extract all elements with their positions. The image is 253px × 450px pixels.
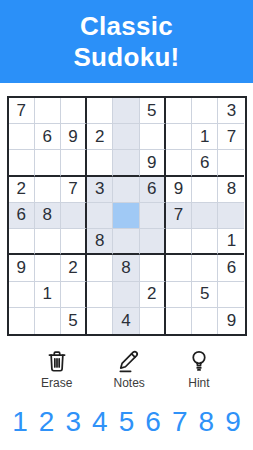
cell-r4c5[interactable]	[113, 177, 139, 203]
cell-r9c6[interactable]	[140, 308, 166, 334]
cell-r8c4[interactable]	[87, 282, 113, 308]
cell-r2c3[interactable]: 9	[61, 124, 87, 150]
cell-r4c3[interactable]: 7	[61, 177, 87, 203]
cell-r3c9[interactable]	[218, 150, 244, 176]
cell-r2c1[interactable]	[9, 124, 35, 150]
cell-r6c3[interactable]	[61, 229, 87, 255]
lightbulb-icon	[186, 348, 212, 374]
cell-r3c6[interactable]: 9	[140, 150, 166, 176]
number-pad: 1 2 3 4 5 6 7 8 9	[0, 408, 253, 436]
erase-label: Erase	[41, 376, 72, 390]
cell-r9c9[interactable]: 9	[218, 308, 244, 334]
cell-r6c6[interactable]	[140, 229, 166, 255]
sudoku-board: 7536921796273698687819286125549	[7, 96, 247, 336]
cell-r9c8[interactable]	[192, 308, 218, 334]
cell-r6c4[interactable]: 8	[87, 229, 113, 255]
cell-r5c4[interactable]	[87, 203, 113, 229]
cell-r9c7[interactable]	[166, 308, 192, 334]
cell-r3c5[interactable]	[113, 150, 139, 176]
cell-r5c8[interactable]	[192, 203, 218, 229]
notes-label: Notes	[113, 376, 144, 390]
cell-r1c3[interactable]	[61, 98, 87, 124]
cell-r5c7[interactable]: 7	[166, 203, 192, 229]
cell-r8c5[interactable]	[113, 282, 139, 308]
cell-r8c3[interactable]	[61, 282, 87, 308]
cell-r9c1[interactable]	[9, 308, 35, 334]
cell-r4c8[interactable]	[192, 177, 218, 203]
cell-r4c2[interactable]	[35, 177, 61, 203]
trash-icon	[44, 348, 70, 374]
cell-r6c7[interactable]	[166, 229, 192, 255]
cell-r1c4[interactable]	[87, 98, 113, 124]
cell-r1c6[interactable]: 5	[140, 98, 166, 124]
erase-button[interactable]: Erase	[41, 348, 72, 390]
cell-r4c7[interactable]: 9	[166, 177, 192, 203]
cell-r1c8[interactable]	[192, 98, 218, 124]
cell-r2c6[interactable]	[140, 124, 166, 150]
cell-r5c9[interactable]	[218, 203, 244, 229]
numpad-1[interactable]: 1	[8, 408, 32, 436]
cell-r4c1[interactable]: 2	[9, 177, 35, 203]
cell-r2c9[interactable]: 7	[218, 124, 244, 150]
cell-r7c5[interactable]: 8	[113, 255, 139, 281]
cell-r3c1[interactable]	[9, 150, 35, 176]
cell-r7c4[interactable]	[87, 255, 113, 281]
cell-r8c7[interactable]	[166, 282, 192, 308]
cell-r8c8[interactable]: 5	[192, 282, 218, 308]
hint-button[interactable]: Hint	[186, 348, 212, 390]
cell-r9c4[interactable]	[87, 308, 113, 334]
cell-r7c7[interactable]	[166, 255, 192, 281]
numpad-8[interactable]: 8	[194, 408, 218, 436]
cell-r2c5[interactable]	[113, 124, 139, 150]
cell-r6c5[interactable]	[113, 229, 139, 255]
cell-r3c4[interactable]	[87, 150, 113, 176]
cell-r9c2[interactable]	[35, 308, 61, 334]
cell-r4c9[interactable]: 8	[218, 177, 244, 203]
pencil-icon	[116, 348, 142, 374]
hint-label: Hint	[188, 376, 209, 390]
cell-r4c4[interactable]: 3	[87, 177, 113, 203]
numpad-9[interactable]: 9	[221, 408, 245, 436]
title-line-1: Classic	[80, 11, 173, 42]
header-banner: Classic Sudoku!	[0, 0, 253, 83]
cell-r7c8[interactable]	[192, 255, 218, 281]
cell-r8c2[interactable]: 1	[35, 282, 61, 308]
sudoku-app: Classic Sudoku! 753692179627369868781928…	[0, 0, 253, 450]
cell-r6c9[interactable]: 1	[218, 229, 244, 255]
cell-r1c9[interactable]: 3	[218, 98, 244, 124]
cell-r1c7[interactable]	[166, 98, 192, 124]
cell-r2c2[interactable]: 6	[35, 124, 61, 150]
cell-r3c2[interactable]	[35, 150, 61, 176]
cell-r7c1[interactable]: 9	[9, 255, 35, 281]
cell-r2c8[interactable]: 1	[192, 124, 218, 150]
cell-r7c6[interactable]	[140, 255, 166, 281]
toolbar: Erase Notes Hint	[0, 348, 253, 390]
cell-r5c1[interactable]: 6	[9, 203, 35, 229]
cell-r5c3[interactable]	[61, 203, 87, 229]
cell-r4c6[interactable]: 6	[140, 177, 166, 203]
numpad-4[interactable]: 4	[88, 408, 112, 436]
numpad-7[interactable]: 7	[168, 408, 192, 436]
cell-r6c1[interactable]	[9, 229, 35, 255]
cell-r1c5[interactable]	[113, 98, 139, 124]
numpad-3[interactable]: 3	[61, 408, 85, 436]
cell-r7c9[interactable]: 6	[218, 255, 244, 281]
cell-r3c7[interactable]	[166, 150, 192, 176]
cell-r3c8[interactable]: 6	[192, 150, 218, 176]
cell-r6c2[interactable]	[35, 229, 61, 255]
cell-r1c2[interactable]	[35, 98, 61, 124]
cell-r3c3[interactable]	[61, 150, 87, 176]
numpad-6[interactable]: 6	[141, 408, 165, 436]
numpad-5[interactable]: 5	[115, 408, 139, 436]
numpad-2[interactable]: 2	[35, 408, 59, 436]
cell-r8c9[interactable]	[218, 282, 244, 308]
cell-r2c4[interactable]: 2	[87, 124, 113, 150]
cell-r1c1[interactable]: 7	[9, 98, 35, 124]
cell-r7c3[interactable]: 2	[61, 255, 87, 281]
cell-r6c8[interactable]	[192, 229, 218, 255]
notes-button[interactable]: Notes	[113, 348, 144, 390]
cell-r5c5[interactable]	[113, 203, 139, 229]
cell-r9c3[interactable]: 5	[61, 308, 87, 334]
cell-r2c7[interactable]	[166, 124, 192, 150]
cell-r9c5[interactable]: 4	[113, 308, 139, 334]
title-line-2: Sudoku!	[73, 42, 179, 73]
cell-r8c6[interactable]: 2	[140, 282, 166, 308]
cell-r5c2[interactable]: 8	[35, 203, 61, 229]
cell-r8c1[interactable]	[9, 282, 35, 308]
cell-r7c2[interactable]	[35, 255, 61, 281]
cell-r5c6[interactable]	[140, 203, 166, 229]
